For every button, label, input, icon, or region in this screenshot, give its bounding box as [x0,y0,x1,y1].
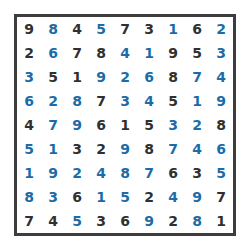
sudoku-cell-r9c3[interactable]: 5 [65,209,91,233]
sudoku-cell-r3c3[interactable]: 1 [65,65,91,91]
sudoku-cell-r9c6[interactable]: 9 [137,209,163,233]
sudoku-cell-r3c1[interactable]: 3 [17,65,42,91]
sudoku-cell-r1c7[interactable]: 1 [161,17,186,42]
sudoku-cell-r2c5[interactable]: 4 [113,41,138,66]
sudoku-cell-r5c6[interactable]: 5 [137,113,163,138]
sudoku-cell-r6c9[interactable]: 6 [209,137,233,163]
sudoku-cell-r3c9[interactable]: 4 [209,65,233,91]
sudoku-cell-r7c1[interactable]: 1 [17,161,42,186]
sudoku-cell-r1c9[interactable]: 2 [209,17,233,42]
sudoku-cell-r6c7[interactable]: 7 [161,137,186,163]
sudoku-cell-r3c5[interactable]: 2 [113,65,138,91]
sudoku-cell-r1c1[interactable]: 9 [17,17,42,42]
sudoku-cell-r9c5[interactable]: 6 [113,209,138,233]
sudoku-cell-r8c4[interactable]: 1 [89,185,114,210]
sudoku-cell-r8c1[interactable]: 8 [17,185,42,210]
sudoku-cell-r2c1[interactable]: 2 [17,41,42,66]
sudoku-cell-r9c9[interactable]: 1 [209,209,233,233]
sudoku-cell-r2c2[interactable]: 6 [41,41,66,66]
sudoku-cell-r9c4[interactable]: 3 [89,209,114,233]
sudoku-cell-r4c3[interactable]: 8 [65,89,91,114]
sudoku-cell-r7c6[interactable]: 7 [137,161,163,186]
sudoku-cell-r7c5[interactable]: 8 [113,161,138,186]
sudoku-cell-r2c7[interactable]: 9 [161,41,186,66]
sudoku-cell-r4c5[interactable]: 3 [113,89,138,114]
sudoku-cell-r9c2[interactable]: 4 [41,209,66,233]
sudoku-cell-r6c6[interactable]: 8 [137,137,163,163]
sudoku-cell-r2c4[interactable]: 8 [89,41,114,66]
sudoku-cell-r3c6[interactable]: 6 [137,65,163,91]
sudoku-cell-r4c8[interactable]: 1 [185,89,210,114]
sudoku-cell-r2c9[interactable]: 3 [209,41,233,66]
sudoku-cell-r8c6[interactable]: 2 [137,185,163,210]
sudoku-cell-r1c4[interactable]: 5 [89,17,114,42]
sudoku-cell-r2c6[interactable]: 1 [137,41,163,66]
sudoku-cell-r1c3[interactable]: 4 [65,17,91,42]
sudoku-cell-r9c7[interactable]: 2 [161,209,186,233]
sudoku-cell-r4c6[interactable]: 4 [137,89,163,114]
sudoku-cell-r1c6[interactable]: 3 [137,17,163,42]
sudoku-cell-r8c5[interactable]: 5 [113,185,138,210]
sudoku-cell-r5c2[interactable]: 7 [41,113,66,138]
sudoku-cell-r4c1[interactable]: 6 [17,89,42,114]
sudoku-cell-r6c4[interactable]: 2 [89,137,114,163]
sudoku-cell-r3c2[interactable]: 5 [41,65,66,91]
sudoku-cell-r7c7[interactable]: 6 [161,161,186,186]
sudoku-cell-r1c8[interactable]: 6 [185,17,210,42]
sudoku-cell-r8c3[interactable]: 6 [65,185,91,210]
sudoku-cell-r1c2[interactable]: 8 [41,17,66,42]
sudoku-cell-r8c7[interactable]: 4 [161,185,186,210]
sudoku-cell-r9c1[interactable]: 7 [17,209,42,233]
sudoku-cell-r6c5[interactable]: 9 [113,137,138,163]
sudoku-cell-r7c9[interactable]: 5 [209,161,233,186]
sudoku-cell-r8c9[interactable]: 7 [209,185,233,210]
sudoku-cell-r7c4[interactable]: 4 [89,161,114,186]
sudoku-cell-r1c5[interactable]: 7 [113,17,138,42]
sudoku-cell-r7c8[interactable]: 3 [185,161,210,186]
sudoku-cell-r2c3[interactable]: 7 [65,41,91,66]
sudoku-cell-r6c3[interactable]: 3 [65,137,91,163]
sudoku-cell-r6c8[interactable]: 4 [185,137,210,163]
sudoku-cell-r5c8[interactable]: 2 [185,113,210,138]
sudoku-cell-r3c7[interactable]: 8 [161,65,186,91]
sudoku-cell-r2c8[interactable]: 5 [185,41,210,66]
sudoku-cell-r5c7[interactable]: 3 [161,113,186,138]
sudoku-cell-r5c5[interactable]: 1 [113,113,138,138]
sudoku-cell-r6c1[interactable]: 5 [17,137,42,163]
sudoku-cell-r3c4[interactable]: 9 [89,65,114,91]
sudoku-cell-r4c4[interactable]: 7 [89,89,114,114]
sudoku-cell-r5c4[interactable]: 6 [89,113,114,138]
sudoku-cell-r5c1[interactable]: 4 [17,113,42,138]
sudoku-cell-r5c3[interactable]: 9 [65,113,91,138]
sudoku-cell-r4c9[interactable]: 9 [209,89,233,114]
sudoku-cell-r8c8[interactable]: 9 [185,185,210,210]
sudoku-cell-r6c2[interactable]: 1 [41,137,66,163]
sudoku-cell-r3c8[interactable]: 7 [185,65,210,91]
sudoku-cell-r4c7[interactable]: 5 [161,89,186,114]
sudoku-cell-r4c2[interactable]: 2 [41,89,66,114]
sudoku-board: 9845731622678419533519268746287345194796… [14,14,236,236]
sudoku-cell-r9c8[interactable]: 8 [185,209,210,233]
sudoku-cell-r7c2[interactable]: 9 [41,161,66,186]
sudoku-cell-r8c2[interactable]: 3 [41,185,66,210]
sudoku-cell-r7c3[interactable]: 2 [65,161,91,186]
sudoku-cell-r5c9[interactable]: 8 [209,113,233,138]
